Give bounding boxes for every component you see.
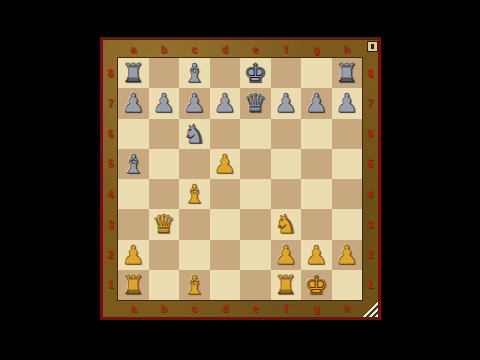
rank-label-left-5: 5	[103, 149, 118, 179]
square-e2[interactable]	[240, 240, 271, 270]
piece-white-pawn[interactable]: ♟	[335, 240, 358, 270]
piece-white-pawn[interactable]: ♟	[213, 149, 236, 179]
board-window: abcdefgh 87654321 ♜♝♚♜♟♟♟♟♛♟♟♟♞♝♟♝♛♞♟♟♟♟…	[100, 37, 381, 320]
square-b7[interactable]: ♟	[149, 88, 180, 118]
piece-black-rook[interactable]: ♜	[335, 58, 358, 88]
square-d6[interactable]	[210, 119, 241, 149]
square-a1[interactable]: ♜	[118, 270, 149, 300]
piece-black-pawn[interactable]: ♟	[274, 88, 297, 118]
square-d5[interactable]: ♟	[210, 149, 241, 179]
piece-black-pawn[interactable]: ♟	[335, 88, 358, 118]
square-e4[interactable]	[240, 179, 271, 209]
rank-label-left-8: 8	[103, 58, 118, 88]
rank-label-left-3: 3	[103, 209, 118, 239]
file-label-top-g: g	[301, 40, 332, 58]
square-d8[interactable]	[210, 58, 241, 88]
square-f4[interactable]	[271, 179, 302, 209]
square-a6[interactable]	[118, 119, 149, 149]
square-h3[interactable]	[332, 209, 363, 239]
square-b8[interactable]	[149, 58, 180, 88]
square-a2[interactable]: ♟	[118, 240, 149, 270]
square-g4[interactable]	[301, 179, 332, 209]
rank-label-right-8: 8	[362, 58, 378, 88]
rank-label-right-5: 5	[362, 149, 378, 179]
file-label-top-a: a	[118, 40, 149, 58]
square-a4[interactable]	[118, 179, 149, 209]
resize-grip-icon[interactable]	[362, 301, 378, 317]
square-b2[interactable]	[149, 240, 180, 270]
rank-label-left-2: 2	[103, 240, 118, 270]
piece-black-king[interactable]: ♚	[244, 58, 267, 88]
piece-white-bishop[interactable]: ♝	[183, 179, 206, 209]
square-e7[interactable]: ♛	[240, 88, 271, 118]
piece-white-knight[interactable]: ♞	[274, 209, 297, 239]
file-label-bottom-a: a	[118, 300, 149, 317]
file-label-top-e: e	[240, 40, 271, 58]
square-c4[interactable]: ♝	[179, 179, 210, 209]
window-control-icon[interactable]	[367, 41, 378, 52]
square-g8[interactable]	[301, 58, 332, 88]
square-f5[interactable]	[271, 149, 302, 179]
file-label-top-c: c	[179, 40, 210, 58]
square-d7[interactable]: ♟	[210, 88, 241, 118]
piece-black-pawn[interactable]: ♟	[183, 88, 206, 118]
square-d2[interactable]	[210, 240, 241, 270]
file-label-bottom-c: c	[179, 300, 210, 317]
piece-white-bishop[interactable]: ♝	[183, 270, 206, 300]
rank-label-left-6: 6	[103, 119, 118, 149]
file-label-bottom-e: e	[240, 300, 271, 317]
square-e6[interactable]	[240, 119, 271, 149]
square-a7[interactable]: ♟	[118, 88, 149, 118]
piece-black-pawn[interactable]: ♟	[122, 88, 145, 118]
chessboard: ♜♝♚♜♟♟♟♟♛♟♟♟♞♝♟♝♛♞♟♟♟♟♜♝♜♚	[118, 58, 362, 300]
square-c6[interactable]: ♞	[179, 119, 210, 149]
file-label-top-b: b	[149, 40, 180, 58]
board-frame: abcdefgh 87654321 ♜♝♚♜♟♟♟♟♛♟♟♟♞♝♟♝♛♞♟♟♟♟…	[103, 40, 378, 317]
square-h2[interactable]: ♟	[332, 240, 363, 270]
square-h7[interactable]: ♟	[332, 88, 363, 118]
square-c1[interactable]: ♝	[179, 270, 210, 300]
square-c5[interactable]	[179, 149, 210, 179]
rank-label-right-1: 1	[362, 270, 378, 300]
square-e3[interactable]	[240, 209, 271, 239]
rank-label-left-7: 7	[103, 88, 118, 118]
piece-white-queen[interactable]: ♛	[152, 209, 175, 239]
square-d1[interactable]	[210, 270, 241, 300]
square-h1[interactable]	[332, 270, 363, 300]
piece-black-rook[interactable]: ♜	[122, 58, 145, 88]
file-label-bottom-d: d	[210, 300, 241, 317]
piece-black-pawn[interactable]: ♟	[152, 88, 175, 118]
file-label-bottom-g: g	[301, 300, 332, 317]
video-frame: abcdefgh 87654321 ♜♝♚♜♟♟♟♟♛♟♟♟♞♝♟♝♛♞♟♟♟♟…	[0, 0, 480, 360]
square-h4[interactable]	[332, 179, 363, 209]
square-b6[interactable]	[149, 119, 180, 149]
square-b5[interactable]	[149, 149, 180, 179]
rank-label-right-7: 7	[362, 88, 378, 118]
file-labels-bottom: abcdefgh	[118, 300, 362, 317]
square-f7[interactable]: ♟	[271, 88, 302, 118]
square-c2[interactable]	[179, 240, 210, 270]
piece-black-pawn[interactable]: ♟	[213, 88, 236, 118]
piece-white-pawn[interactable]: ♟	[122, 240, 145, 270]
file-label-bottom-b: b	[149, 300, 180, 317]
square-g2[interactable]: ♟	[301, 240, 332, 270]
file-label-top-f: f	[271, 40, 302, 58]
piece-black-bishop[interactable]: ♝	[183, 58, 206, 88]
file-label-top-d: d	[210, 40, 241, 58]
square-a5[interactable]: ♝	[118, 149, 149, 179]
piece-white-pawn[interactable]: ♟	[274, 240, 297, 270]
square-h6[interactable]	[332, 119, 363, 149]
piece-black-knight[interactable]: ♞	[183, 119, 206, 149]
square-f8[interactable]	[271, 58, 302, 88]
rank-label-left-4: 4	[103, 179, 118, 209]
square-b3[interactable]: ♛	[149, 209, 180, 239]
rank-label-left-1: 1	[103, 270, 118, 300]
square-c3[interactable]	[179, 209, 210, 239]
square-f2[interactable]: ♟	[271, 240, 302, 270]
piece-white-pawn[interactable]: ♟	[305, 240, 328, 270]
square-f3[interactable]: ♞	[271, 209, 302, 239]
square-d4[interactable]	[210, 179, 241, 209]
square-a3[interactable]	[118, 209, 149, 239]
piece-black-pawn[interactable]: ♟	[305, 88, 328, 118]
square-g6[interactable]	[301, 119, 332, 149]
file-label-bottom-h: h	[332, 300, 363, 317]
square-e8[interactable]: ♚	[240, 58, 271, 88]
rank-label-right-4: 4	[362, 179, 378, 209]
square-e1[interactable]	[240, 270, 271, 300]
file-labels-top: abcdefgh	[118, 40, 362, 58]
rank-label-right-2: 2	[362, 240, 378, 270]
square-h5[interactable]	[332, 149, 363, 179]
rank-label-right-3: 3	[362, 209, 378, 239]
piece-black-bishop[interactable]: ♝	[122, 149, 145, 179]
square-g3[interactable]	[301, 209, 332, 239]
piece-white-king[interactable]: ♚	[305, 270, 328, 300]
rank-labels-right: 87654321	[362, 58, 378, 300]
file-label-top-h: h	[332, 40, 363, 58]
piece-white-rook[interactable]: ♜	[274, 270, 297, 300]
square-b4[interactable]	[149, 179, 180, 209]
rank-label-right-6: 6	[362, 119, 378, 149]
square-c7[interactable]: ♟	[179, 88, 210, 118]
square-g1[interactable]: ♚	[301, 270, 332, 300]
square-g7[interactable]: ♟	[301, 88, 332, 118]
square-f6[interactable]	[271, 119, 302, 149]
file-label-bottom-f: f	[271, 300, 302, 317]
square-b1[interactable]	[149, 270, 180, 300]
square-h8[interactable]: ♜	[332, 58, 363, 88]
square-d3[interactable]	[210, 209, 241, 239]
square-e5[interactable]	[240, 149, 271, 179]
square-c8[interactable]: ♝	[179, 58, 210, 88]
rank-labels-left: 87654321	[103, 58, 118, 300]
square-f1[interactable]: ♜	[271, 270, 302, 300]
piece-black-queen[interactable]: ♛	[244, 88, 267, 118]
square-a8[interactable]: ♜	[118, 58, 149, 88]
square-g5[interactable]	[301, 149, 332, 179]
piece-white-rook[interactable]: ♜	[122, 270, 145, 300]
